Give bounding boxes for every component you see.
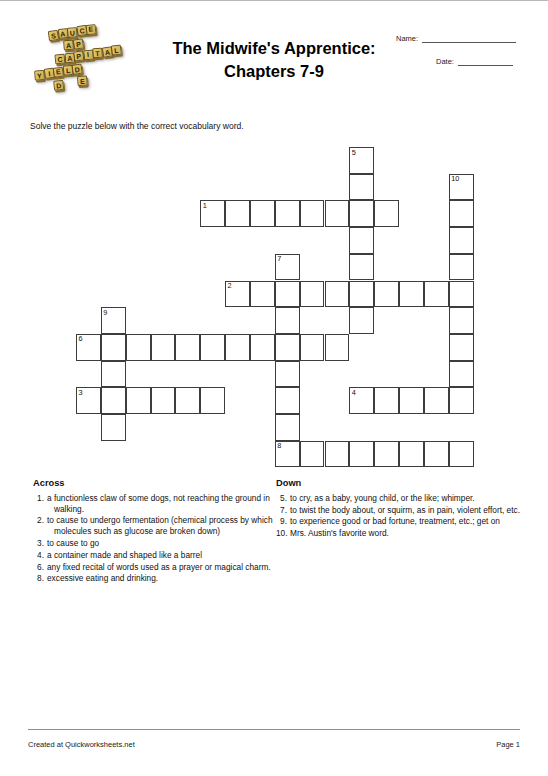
logo-tile-letter: E bbox=[85, 24, 96, 35]
grid-cell[interactable] bbox=[374, 281, 399, 308]
footer-divider bbox=[28, 729, 520, 730]
grid-cell[interactable] bbox=[151, 387, 176, 414]
clue-item: 4.a container made and shaped like a bar… bbox=[33, 550, 273, 561]
grid-cell[interactable] bbox=[449, 254, 474, 281]
grid-cell[interactable] bbox=[101, 414, 126, 441]
date-label: Date: bbox=[436, 57, 454, 66]
page-top-edge bbox=[0, 0, 548, 1]
grid-cell[interactable]: 9 bbox=[101, 307, 126, 334]
grid-cell[interactable] bbox=[275, 414, 300, 441]
grid-cell[interactable] bbox=[300, 334, 325, 361]
across-heading: Across bbox=[33, 478, 273, 489]
grid-cell[interactable] bbox=[449, 387, 474, 414]
grid-cell[interactable] bbox=[275, 387, 300, 414]
grid-cell[interactable] bbox=[424, 281, 449, 308]
name-field-row: Name: bbox=[396, 34, 516, 43]
grid-cell[interactable] bbox=[175, 334, 200, 361]
grid-cell[interactable] bbox=[449, 200, 474, 227]
clue-item: 5.to cry, as a baby, young child, or the… bbox=[276, 493, 522, 504]
clue-item-text: any fixed recital of words used as a pra… bbox=[47, 562, 273, 573]
grid-cell[interactable] bbox=[349, 200, 374, 227]
instruction-text: Solve the puzzle below with the correct … bbox=[30, 121, 244, 131]
page-footer: Created at Quickworksheets.net Page 1 bbox=[28, 740, 520, 749]
grid-cell[interactable] bbox=[275, 200, 300, 227]
grid-cell[interactable] bbox=[349, 307, 374, 334]
grid-cell[interactable] bbox=[349, 441, 374, 468]
down-clues-section: Down 5.to cry, as a baby, young child, o… bbox=[276, 478, 522, 540]
clue-item-number: 6. bbox=[33, 562, 47, 573]
grid-cell[interactable] bbox=[275, 281, 300, 308]
grid-cell[interactable] bbox=[300, 281, 325, 308]
grid-cell[interactable] bbox=[175, 387, 200, 414]
clue-item-text: to cry, as a baby, young child, or the l… bbox=[290, 493, 522, 504]
clue-item-number: 1. bbox=[33, 493, 47, 515]
grid-cell[interactable] bbox=[250, 334, 275, 361]
clue-item-text: to experience good or bad fortune, treat… bbox=[290, 516, 522, 527]
grid-cell[interactable] bbox=[200, 334, 225, 361]
clue-number: 3 bbox=[79, 389, 83, 397]
grid-cell[interactable] bbox=[349, 227, 374, 254]
across-clues-section: Across 1.a functionless claw of some dog… bbox=[33, 478, 273, 585]
clue-item-number: 3. bbox=[33, 538, 47, 549]
grid-cell[interactable] bbox=[250, 281, 275, 308]
clue-item-number: 10. bbox=[276, 528, 290, 539]
grid-cell[interactable] bbox=[225, 334, 250, 361]
clue-number: 8 bbox=[277, 442, 281, 450]
grid-cell[interactable]: 2 bbox=[225, 281, 250, 308]
clue-number: 4 bbox=[352, 389, 356, 397]
grid-cell[interactable]: 4 bbox=[349, 387, 374, 414]
grid-cell[interactable] bbox=[349, 281, 374, 308]
grid-cell[interactable] bbox=[449, 441, 474, 468]
grid-cell[interactable] bbox=[325, 334, 350, 361]
grid-cell[interactable] bbox=[126, 334, 151, 361]
grid-cell[interactable] bbox=[101, 334, 126, 361]
crossword-grid: 51017296348 bbox=[76, 147, 475, 469]
grid-cell[interactable] bbox=[101, 361, 126, 388]
grid-cell[interactable] bbox=[325, 281, 350, 308]
grid-cell[interactable] bbox=[374, 441, 399, 468]
grid-cell[interactable] bbox=[449, 281, 474, 308]
date-field-row: Date: bbox=[436, 57, 513, 66]
footer-page-number: Page 1 bbox=[496, 740, 520, 749]
grid-cell[interactable] bbox=[374, 200, 399, 227]
grid-cell[interactable] bbox=[449, 334, 474, 361]
grid-cell[interactable] bbox=[200, 387, 225, 414]
clue-item-text: to twist the body about, or squirm, as i… bbox=[290, 505, 522, 516]
date-blank-line[interactable] bbox=[458, 58, 513, 66]
clue-item: 6.any fixed recital of words used as a p… bbox=[33, 562, 273, 573]
name-blank-line[interactable] bbox=[422, 35, 516, 43]
grid-cell[interactable] bbox=[225, 200, 250, 227]
clue-item-number: 4. bbox=[33, 550, 47, 561]
down-clues-list: 5.to cry, as a baby, young child, or the… bbox=[276, 493, 522, 539]
grid-cell[interactable]: 6 bbox=[76, 334, 101, 361]
grid-cell[interactable] bbox=[325, 200, 350, 227]
clue-item-number: 5. bbox=[276, 493, 290, 504]
clue-item: 3.to cause to go bbox=[33, 538, 273, 549]
grid-cell[interactable] bbox=[449, 361, 474, 388]
grid-cell[interactable]: 1 bbox=[200, 200, 225, 227]
clue-item: 8.excessive eating and drinking. bbox=[33, 573, 273, 584]
clue-item: 10.Mrs. Austin's favorite word. bbox=[276, 528, 522, 539]
grid-cell[interactable] bbox=[275, 334, 300, 361]
grid-cell[interactable] bbox=[399, 387, 424, 414]
clue-item-text: excessive eating and drinking. bbox=[47, 573, 273, 584]
name-label: Name: bbox=[396, 34, 418, 43]
clue-number: 1 bbox=[203, 202, 207, 210]
clue-item: 9.to experience good or bad fortune, tre… bbox=[276, 516, 522, 527]
clue-item-number: 2. bbox=[33, 515, 47, 537]
grid-cell[interactable] bbox=[399, 281, 424, 308]
clue-number: 5 bbox=[352, 149, 356, 157]
down-heading: Down bbox=[276, 478, 522, 489]
grid-cell[interactable] bbox=[449, 227, 474, 254]
grid-cell[interactable]: 10 bbox=[449, 174, 474, 201]
clue-item: 2.to cause to undergo fermentation (chem… bbox=[33, 515, 273, 537]
footer-created-text: Created at Quickworksheets.net bbox=[28, 740, 135, 749]
clue-number: 10 bbox=[451, 175, 459, 183]
grid-cell[interactable] bbox=[449, 307, 474, 334]
clue-number: 7 bbox=[277, 255, 281, 263]
grid-cell[interactable] bbox=[300, 441, 325, 468]
grid-cell[interactable]: 7 bbox=[275, 254, 300, 281]
grid-cell[interactable]: 5 bbox=[349, 147, 374, 174]
grid-cell[interactable]: 3 bbox=[76, 387, 101, 414]
grid-cell[interactable] bbox=[325, 441, 350, 468]
grid-cell[interactable]: 8 bbox=[275, 441, 300, 468]
clue-item-text: to cause to go bbox=[47, 538, 273, 549]
clue-item: 1.a functionless claw of some dogs, not … bbox=[33, 493, 273, 515]
grid-cell[interactable] bbox=[151, 334, 176, 361]
clue-item-text: Mrs. Austin's favorite word. bbox=[290, 528, 522, 539]
grid-cell[interactable] bbox=[349, 254, 374, 281]
grid-cell[interactable] bbox=[126, 387, 151, 414]
grid-cell[interactable] bbox=[275, 361, 300, 388]
grid-cell[interactable] bbox=[300, 200, 325, 227]
clue-item-number: 7. bbox=[276, 505, 290, 516]
clue-item-text: to cause to undergo fermentation (chemic… bbox=[47, 515, 273, 537]
grid-cell[interactable] bbox=[399, 441, 424, 468]
grid-cell[interactable] bbox=[250, 200, 275, 227]
grid-cell[interactable] bbox=[374, 387, 399, 414]
clue-item-text: a functionless claw of some dogs, not re… bbox=[47, 493, 273, 515]
grid-cell[interactable] bbox=[275, 307, 300, 334]
grid-cell[interactable] bbox=[424, 441, 449, 468]
clue-item-number: 8. bbox=[33, 573, 47, 584]
clue-number: 9 bbox=[103, 309, 107, 317]
clue-item: 7.to twist the body about, or squirm, as… bbox=[276, 505, 522, 516]
clue-number: 6 bbox=[79, 335, 83, 343]
clue-item-text: a container made and shaped like a barre… bbox=[47, 550, 273, 561]
across-clues-list: 1.a functionless claw of some dogs, not … bbox=[33, 493, 273, 584]
grid-cell[interactable] bbox=[424, 387, 449, 414]
clue-item-number: 9. bbox=[276, 516, 290, 527]
clue-number: 2 bbox=[228, 282, 232, 290]
grid-cell[interactable] bbox=[101, 387, 126, 414]
grid-cell[interactable] bbox=[349, 174, 374, 201]
